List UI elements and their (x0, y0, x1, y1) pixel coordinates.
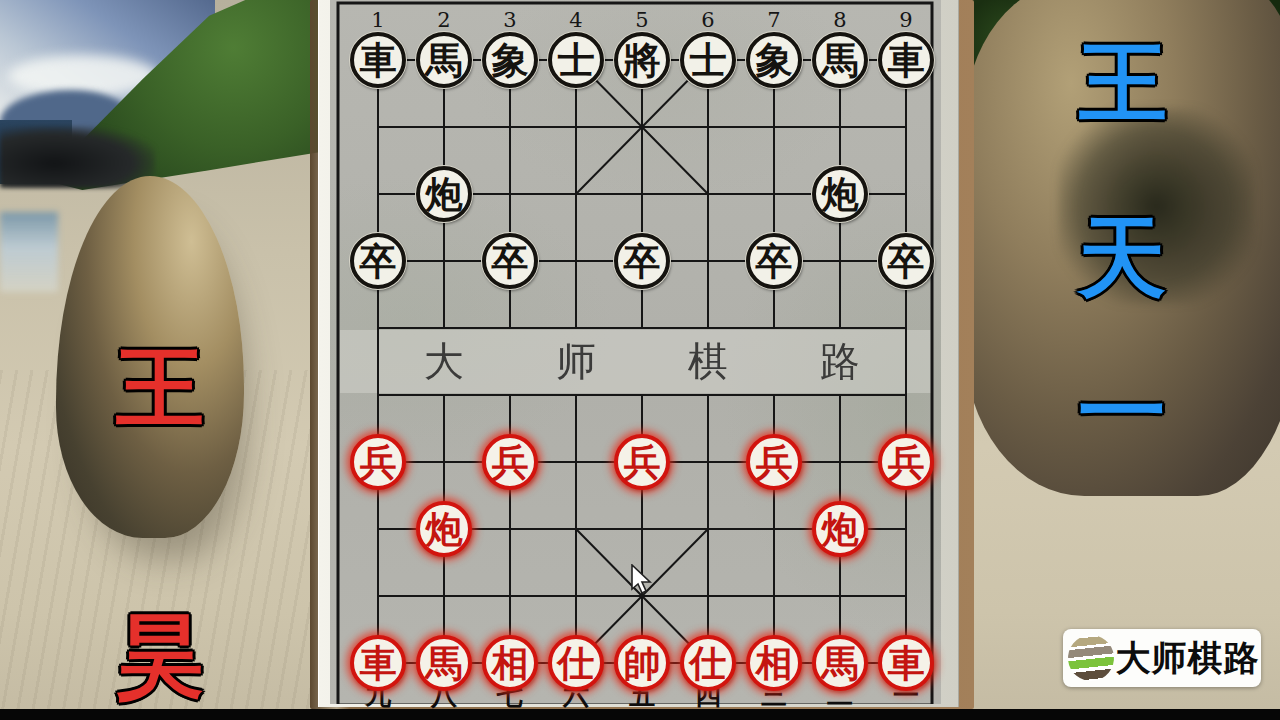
piece-red-horse[interactable]: 馬 (416, 635, 472, 691)
piece-red-soldier[interactable]: 兵 (350, 434, 406, 490)
piece-red-advisor[interactable]: 仕 (548, 635, 604, 691)
piece-black-advisor[interactable]: 士 (548, 32, 604, 88)
piece-black-elephant[interactable]: 象 (746, 32, 802, 88)
piece-black-elephant[interactable]: 象 (482, 32, 538, 88)
piece-black-soldier[interactable]: 卒 (614, 233, 670, 289)
player-red-name-char-2: 昊 (100, 606, 220, 706)
player-black-name-char-3: 一 (1062, 362, 1182, 462)
piece-red-chariot[interactable]: 車 (878, 635, 934, 691)
piece-red-chariot[interactable]: 車 (350, 635, 406, 691)
player-red-name-char-1: 王 (100, 338, 220, 438)
piece-black-soldier[interactable]: 卒 (350, 233, 406, 289)
pieces-layer: 車馬象士將士象馬車炮炮卒卒卒卒卒兵兵兵兵兵炮炮車馬相仕帥仕相馬車 (330, 0, 940, 704)
piece-black-advisor[interactable]: 士 (680, 32, 736, 88)
watermark-logo: 大师棋路 (1063, 629, 1261, 687)
piece-red-soldier[interactable]: 兵 (878, 434, 934, 490)
piece-red-general[interactable]: 帥 (614, 635, 670, 691)
piece-red-cannon[interactable]: 炮 (416, 501, 472, 557)
piece-red-cannon[interactable]: 炮 (812, 501, 868, 557)
logo-sphere-icon (1066, 633, 1117, 684)
piece-red-soldier[interactable]: 兵 (614, 434, 670, 490)
piece-black-cannon[interactable]: 炮 (812, 166, 868, 222)
shore-rocks (0, 126, 155, 188)
piece-black-general[interactable]: 將 (614, 32, 670, 88)
bottom-letterbox-bar (0, 709, 1280, 720)
piece-black-soldier[interactable]: 卒 (746, 233, 802, 289)
piece-red-soldier[interactable]: 兵 (482, 434, 538, 490)
piece-red-advisor[interactable]: 仕 (680, 635, 736, 691)
surf-foam (0, 212, 58, 292)
piece-black-horse[interactable]: 馬 (812, 32, 868, 88)
piece-black-chariot[interactable]: 車 (350, 32, 406, 88)
piece-red-elephant[interactable]: 相 (746, 635, 802, 691)
player-black-name-char-2: 天 (1062, 208, 1182, 308)
xiangqi-board[interactable]: 大师棋路 123456789九八七六五四三二一 車馬象士將士象馬車炮炮卒卒卒卒卒… (330, 0, 941, 704)
player-black-name-char-1: 王 (1063, 33, 1183, 133)
piece-black-soldier[interactable]: 卒 (482, 233, 538, 289)
piece-black-cannon[interactable]: 炮 (416, 166, 472, 222)
mouse-cursor-icon (630, 564, 654, 596)
piece-black-horse[interactable]: 馬 (416, 32, 472, 88)
piece-red-soldier[interactable]: 兵 (746, 434, 802, 490)
piece-black-soldier[interactable]: 卒 (878, 233, 934, 289)
piece-black-chariot[interactable]: 車 (878, 32, 934, 88)
piece-red-elephant[interactable]: 相 (482, 635, 538, 691)
logo-text: 大师棋路 (1114, 635, 1261, 682)
xiangqi-board-window: 大师棋路 123456789九八七六五四三二一 車馬象士將士象馬車炮炮卒卒卒卒卒… (310, 0, 974, 709)
piece-red-horse[interactable]: 馬 (812, 635, 868, 691)
